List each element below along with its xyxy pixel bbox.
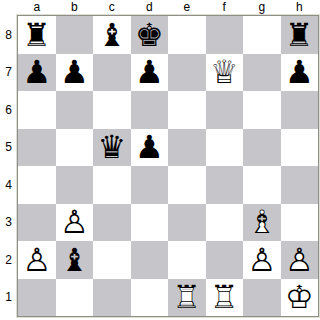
- square-g1[interactable]: [243, 279, 281, 317]
- square-c4[interactable]: [93, 166, 131, 204]
- chess-diagram: abcdefgh 87654321 ♜♝♚♜♟♟♟♛♕♟♛♟♟♙♝♗♟♙♝♟♙♟…: [0, 0, 320, 320]
- square-h5[interactable]: [281, 129, 319, 167]
- piece-glyph: ♟: [131, 54, 169, 92]
- rank-label-1: 1: [0, 279, 17, 317]
- file-label-a: a: [18, 0, 56, 15]
- square-h4[interactable]: [281, 166, 319, 204]
- file-label-b: b: [56, 0, 94, 15]
- square-d5[interactable]: ♟: [131, 129, 169, 167]
- piece-white-pawn: ♟♙: [18, 241, 56, 279]
- piece-black-pawn: ♟: [131, 54, 169, 92]
- piece-black-pawn: ♟: [131, 129, 169, 167]
- square-f8[interactable]: [206, 16, 244, 54]
- rank-label-4: 4: [0, 166, 17, 204]
- file-label-h: h: [281, 0, 319, 15]
- square-d6[interactable]: [131, 91, 169, 129]
- square-h2[interactable]: ♟♙: [281, 241, 319, 279]
- square-a7[interactable]: ♟: [18, 54, 56, 92]
- piece-outline: ♕: [206, 54, 244, 92]
- square-c1[interactable]: [93, 279, 131, 317]
- square-c7[interactable]: [93, 54, 131, 92]
- square-g6[interactable]: [243, 91, 281, 129]
- piece-black-pawn: ♟: [56, 54, 94, 92]
- square-d3[interactable]: [131, 204, 169, 242]
- piece-outline: ♖: [206, 279, 244, 317]
- square-b7[interactable]: ♟: [56, 54, 94, 92]
- square-g3[interactable]: ♝♗: [243, 204, 281, 242]
- square-b8[interactable]: [56, 16, 94, 54]
- square-f6[interactable]: [206, 91, 244, 129]
- rank-label-6: 6: [0, 91, 17, 129]
- piece-black-queen: ♛: [93, 129, 131, 167]
- file-label-f: f: [206, 0, 244, 15]
- square-e7[interactable]: [168, 54, 206, 92]
- square-e2[interactable]: [168, 241, 206, 279]
- piece-white-king: ♚♔: [281, 279, 319, 317]
- square-a3[interactable]: [18, 204, 56, 242]
- square-a5[interactable]: [18, 129, 56, 167]
- square-b5[interactable]: [56, 129, 94, 167]
- square-g2[interactable]: ♟♙: [243, 241, 281, 279]
- square-d2[interactable]: [131, 241, 169, 279]
- piece-black-bishop: ♝: [56, 241, 94, 279]
- square-f1[interactable]: ♜♖: [206, 279, 244, 317]
- square-c2[interactable]: [93, 241, 131, 279]
- square-g4[interactable]: [243, 166, 281, 204]
- piece-black-pawn: ♟: [281, 54, 319, 92]
- piece-glyph: ♝: [56, 241, 94, 279]
- rank-label-5: 5: [0, 129, 17, 167]
- file-label-g: g: [243, 0, 281, 15]
- piece-glyph: ♜: [18, 16, 56, 54]
- square-g5[interactable]: [243, 129, 281, 167]
- square-e3[interactable]: [168, 204, 206, 242]
- square-a8[interactable]: ♜: [18, 16, 56, 54]
- square-h1[interactable]: ♚♔: [281, 279, 319, 317]
- square-b1[interactable]: [56, 279, 94, 317]
- file-labels: abcdefgh: [18, 0, 318, 15]
- piece-white-bishop: ♝♗: [243, 204, 281, 242]
- square-b3[interactable]: ♟♙: [56, 204, 94, 242]
- piece-outline: ♖: [168, 279, 206, 317]
- square-b2[interactable]: ♝: [56, 241, 94, 279]
- square-d4[interactable]: [131, 166, 169, 204]
- square-a6[interactable]: [18, 91, 56, 129]
- square-b4[interactable]: [56, 166, 94, 204]
- piece-white-queen: ♛♕: [206, 54, 244, 92]
- square-e4[interactable]: [168, 166, 206, 204]
- piece-glyph: ♜: [281, 16, 319, 54]
- piece-black-king: ♚: [131, 16, 169, 54]
- square-e5[interactable]: [168, 129, 206, 167]
- square-f5[interactable]: [206, 129, 244, 167]
- square-e6[interactable]: [168, 91, 206, 129]
- square-a4[interactable]: [18, 166, 56, 204]
- piece-white-rook: ♜♖: [168, 279, 206, 317]
- piece-white-rook: ♜♖: [206, 279, 244, 317]
- square-h3[interactable]: [281, 204, 319, 242]
- piece-glyph: ♟: [56, 54, 94, 92]
- square-f2[interactable]: [206, 241, 244, 279]
- square-c5[interactable]: ♛: [93, 129, 131, 167]
- square-b6[interactable]: [56, 91, 94, 129]
- square-f4[interactable]: [206, 166, 244, 204]
- square-g8[interactable]: [243, 16, 281, 54]
- square-f7[interactable]: ♛♕: [206, 54, 244, 92]
- rank-label-7: 7: [0, 54, 17, 92]
- square-c6[interactable]: [93, 91, 131, 129]
- square-g7[interactable]: [243, 54, 281, 92]
- square-d7[interactable]: ♟: [131, 54, 169, 92]
- square-f3[interactable]: [206, 204, 244, 242]
- chess-board: ♜♝♚♜♟♟♟♛♕♟♛♟♟♙♝♗♟♙♝♟♙♟♙♜♖♜♖♚♔: [17, 15, 319, 317]
- piece-glyph: ♟: [18, 54, 56, 92]
- piece-glyph: ♟: [281, 54, 319, 92]
- rank-label-3: 3: [0, 204, 17, 242]
- file-label-e: e: [168, 0, 206, 15]
- piece-black-rook: ♜: [18, 16, 56, 54]
- piece-outline: ♗: [243, 204, 281, 242]
- piece-glyph: ♟: [131, 129, 169, 167]
- square-h6[interactable]: [281, 91, 319, 129]
- square-a2[interactable]: ♟♙: [18, 241, 56, 279]
- piece-outline: ♔: [281, 279, 319, 317]
- square-d1[interactable]: [131, 279, 169, 317]
- piece-outline: ♙: [281, 241, 319, 279]
- piece-glyph: ♚: [131, 16, 169, 54]
- piece-outline: ♙: [243, 241, 281, 279]
- piece-black-pawn: ♟: [18, 54, 56, 92]
- square-c3[interactable]: [93, 204, 131, 242]
- rank-label-8: 8: [0, 16, 17, 54]
- rank-labels: 87654321: [0, 16, 17, 316]
- piece-black-bishop: ♝: [93, 16, 131, 54]
- square-c8[interactable]: ♝: [93, 16, 131, 54]
- piece-outline: ♙: [56, 204, 94, 242]
- square-e1[interactable]: ♜♖: [168, 279, 206, 317]
- square-e8[interactable]: [168, 16, 206, 54]
- file-label-c: c: [93, 0, 131, 15]
- piece-white-pawn: ♟♙: [281, 241, 319, 279]
- square-a1[interactable]: [18, 279, 56, 317]
- square-h8[interactable]: ♜: [281, 16, 319, 54]
- piece-glyph: ♛: [93, 129, 131, 167]
- piece-black-rook: ♜: [281, 16, 319, 54]
- piece-white-pawn: ♟♙: [243, 241, 281, 279]
- piece-white-pawn: ♟♙: [56, 204, 94, 242]
- square-d8[interactable]: ♚: [131, 16, 169, 54]
- rank-label-2: 2: [0, 241, 17, 279]
- file-label-d: d: [131, 0, 169, 15]
- square-h7[interactable]: ♟: [281, 54, 319, 92]
- piece-outline: ♙: [18, 241, 56, 279]
- piece-glyph: ♝: [93, 16, 131, 54]
